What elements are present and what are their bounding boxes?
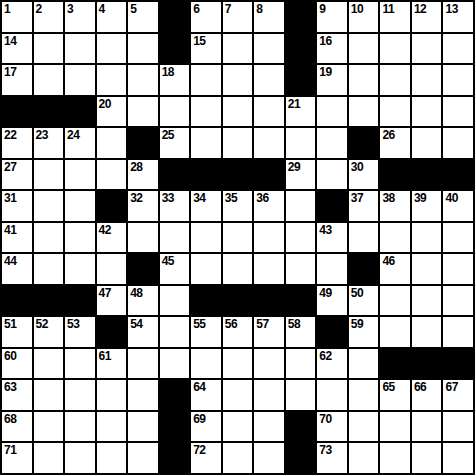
- black-cell-r10c7: [191, 286, 221, 316]
- black-cell-r1c10: [286, 2, 316, 32]
- black-cell-r10c3: [65, 286, 95, 316]
- white-cell-r6c4[interactable]: [97, 160, 127, 190]
- white-cell-r9c7[interactable]: [191, 254, 221, 284]
- clue-number-6: 6: [193, 2, 199, 16]
- clue-number-58: 58: [288, 317, 300, 331]
- white-cell-r8c13[interactable]: [380, 223, 410, 253]
- white-cell-r7c7[interactable]: 34: [191, 191, 221, 221]
- clue-number-62: 62: [319, 349, 331, 363]
- clue-number-4: 4: [99, 2, 105, 16]
- clue-number-43: 43: [319, 223, 331, 237]
- white-cell-r1c15[interactable]: 13: [443, 2, 473, 32]
- white-cell-r7c12[interactable]: 37: [349, 191, 379, 221]
- clue-number-19: 19: [319, 65, 331, 79]
- white-cell-r2c2[interactable]: [34, 34, 64, 64]
- clue-number-11: 11: [382, 2, 394, 16]
- black-cell-r12c14: [412, 349, 442, 379]
- white-cell-r8c12[interactable]: [349, 223, 379, 253]
- white-cell-r11c14[interactable]: [412, 317, 442, 347]
- white-cell-r1c13[interactable]: 11: [380, 2, 410, 32]
- white-cell-r8c7[interactable]: [191, 223, 221, 253]
- white-cell-r6c5[interactable]: 28: [128, 160, 158, 190]
- clue-number-69: 69: [193, 412, 205, 426]
- white-cell-r11c6[interactable]: [160, 317, 190, 347]
- white-cell-r12c7[interactable]: [191, 349, 221, 379]
- clue-number-56: 56: [225, 317, 237, 331]
- white-cell-r7c10[interactable]: [286, 191, 316, 221]
- white-cell-r7c15[interactable]: 40: [443, 191, 473, 221]
- white-cell-r2c4[interactable]: [97, 34, 127, 64]
- white-cell-r14c9[interactable]: [254, 412, 284, 442]
- white-cell-r9c6[interactable]: 45: [160, 254, 190, 284]
- white-cell-r11c7[interactable]: 55: [191, 317, 221, 347]
- white-cell-r12c12[interactable]: [349, 349, 379, 379]
- clue-number-68: 68: [4, 412, 16, 426]
- white-cell-r3c4[interactable]: [97, 65, 127, 95]
- crossword-grid: 1234567891011121314151617181920212223242…: [0, 0, 475, 475]
- white-cell-r8c4[interactable]: 42: [97, 223, 127, 253]
- white-cell-r15c9[interactable]: [254, 443, 284, 473]
- white-cell-r4c8[interactable]: [223, 97, 253, 127]
- white-cell-r8c11[interactable]: 43: [317, 223, 347, 253]
- white-cell-r7c9[interactable]: 36: [254, 191, 284, 221]
- white-cell-r3c6[interactable]: 18: [160, 65, 190, 95]
- white-cell-r10c11[interactable]: 49: [317, 286, 347, 316]
- white-cell-r13c14[interactable]: 66: [412, 380, 442, 410]
- black-cell-r2c10: [286, 34, 316, 64]
- white-cell-r5c7[interactable]: [191, 128, 221, 158]
- white-cell-r2c5[interactable]: [128, 34, 158, 64]
- white-cell-r1c9[interactable]: 8: [254, 2, 284, 32]
- clue-number-16: 16: [319, 34, 331, 48]
- white-cell-r3c7[interactable]: [191, 65, 221, 95]
- clue-number-29: 29: [288, 160, 300, 174]
- white-cell-r13c12[interactable]: [349, 380, 379, 410]
- black-cell-r7c4: [97, 191, 127, 221]
- white-cell-r4c6[interactable]: [160, 97, 190, 127]
- white-cell-r2c15[interactable]: [443, 34, 473, 64]
- clue-number-2: 2: [36, 2, 42, 16]
- white-cell-r6c2[interactable]: [34, 160, 64, 190]
- black-cell-r6c14: [412, 160, 442, 190]
- clue-number-63: 63: [4, 380, 16, 394]
- white-cell-r14c15[interactable]: [443, 412, 473, 442]
- white-cell-r15c15[interactable]: [443, 443, 473, 473]
- black-cell-r4c3: [65, 97, 95, 127]
- clue-number-47: 47: [99, 286, 111, 300]
- clue-number-32: 32: [130, 191, 142, 205]
- white-cell-r1c4[interactable]: 4: [97, 2, 127, 32]
- white-cell-r9c13[interactable]: 46: [380, 254, 410, 284]
- clue-number-26: 26: [382, 128, 394, 142]
- clue-number-45: 45: [162, 254, 174, 268]
- white-cell-r15c1[interactable]: 71: [2, 443, 32, 473]
- black-cell-r12c15: [443, 349, 473, 379]
- white-cell-r5c8[interactable]: [223, 128, 253, 158]
- white-cell-r11c1[interactable]: 51: [2, 317, 32, 347]
- clue-number-70: 70: [319, 412, 331, 426]
- white-cell-r7c8[interactable]: 35: [223, 191, 253, 221]
- black-cell-r10c1: [2, 286, 32, 316]
- clue-number-18: 18: [162, 65, 174, 79]
- white-cell-r3c5[interactable]: [128, 65, 158, 95]
- black-cell-r14c10: [286, 412, 316, 442]
- white-cell-r13c8[interactable]: [223, 380, 253, 410]
- white-cell-r13c5[interactable]: [128, 380, 158, 410]
- white-cell-r13c13[interactable]: 65: [380, 380, 410, 410]
- white-cell-r8c1[interactable]: 41: [2, 223, 32, 253]
- clue-number-33: 33: [162, 191, 174, 205]
- clue-number-8: 8: [256, 2, 262, 16]
- white-cell-r9c14[interactable]: [412, 254, 442, 284]
- white-cell-r3c13[interactable]: [380, 65, 410, 95]
- white-cell-r9c1[interactable]: 44: [2, 254, 32, 284]
- white-cell-r9c8[interactable]: [223, 254, 253, 284]
- clue-number-44: 44: [4, 254, 16, 268]
- white-cell-r12c2[interactable]: [34, 349, 64, 379]
- clue-number-46: 46: [382, 254, 394, 268]
- white-cell-r11c10[interactable]: 58: [286, 317, 316, 347]
- white-cell-r12c8[interactable]: [223, 349, 253, 379]
- clue-number-52: 52: [36, 317, 48, 331]
- white-cell-r15c12[interactable]: [349, 443, 379, 473]
- white-cell-r9c9[interactable]: [254, 254, 284, 284]
- crossword-page: 1234567891011121314151617181920212223242…: [0, 0, 475, 475]
- clue-number-24: 24: [67, 128, 79, 142]
- white-cell-r4c4[interactable]: 20: [97, 97, 127, 127]
- clue-number-17: 17: [4, 65, 16, 79]
- white-cell-r3c8[interactable]: [223, 65, 253, 95]
- white-cell-r1c14[interactable]: 12: [412, 2, 442, 32]
- white-cell-r15c14[interactable]: [412, 443, 442, 473]
- white-cell-r13c7[interactable]: 64: [191, 380, 221, 410]
- white-cell-r12c1[interactable]: 60: [2, 349, 32, 379]
- white-cell-r11c12[interactable]: 59: [349, 317, 379, 347]
- black-cell-r15c6: [160, 443, 190, 473]
- white-cell-r3c3[interactable]: [65, 65, 95, 95]
- black-cell-r10c9: [254, 286, 284, 316]
- white-cell-r1c7[interactable]: 6: [191, 2, 221, 32]
- white-cell-r1c12[interactable]: 10: [349, 2, 379, 32]
- clue-number-48: 48: [130, 286, 142, 300]
- white-cell-r2c7[interactable]: 15: [191, 34, 221, 64]
- clue-number-66: 66: [414, 380, 426, 394]
- clue-number-42: 42: [99, 223, 111, 237]
- clue-number-50: 50: [351, 286, 363, 300]
- white-cell-r2c8[interactable]: [223, 34, 253, 64]
- clue-number-55: 55: [193, 317, 205, 331]
- clue-number-27: 27: [4, 160, 16, 174]
- white-cell-r11c8[interactable]: 56: [223, 317, 253, 347]
- white-cell-r4c5[interactable]: [128, 97, 158, 127]
- black-cell-r1c6: [160, 2, 190, 32]
- black-cell-r4c2: [34, 97, 64, 127]
- white-cell-r7c13[interactable]: 38: [380, 191, 410, 221]
- black-cell-r6c8: [223, 160, 253, 190]
- white-cell-r2c12[interactable]: [349, 34, 379, 64]
- white-cell-r6c1[interactable]: 27: [2, 160, 32, 190]
- white-cell-r10c14[interactable]: [412, 286, 442, 316]
- white-cell-r10c12[interactable]: 50: [349, 286, 379, 316]
- white-cell-r5c14[interactable]: [412, 128, 442, 158]
- clue-number-61: 61: [99, 349, 111, 363]
- black-cell-r6c15: [443, 160, 473, 190]
- white-cell-r1c3[interactable]: 3: [65, 2, 95, 32]
- clue-number-5: 5: [130, 2, 136, 16]
- clue-number-13: 13: [445, 2, 457, 16]
- white-cell-r10c4[interactable]: 47: [97, 286, 127, 316]
- black-cell-r4c1: [2, 97, 32, 127]
- clue-number-14: 14: [4, 34, 16, 48]
- white-cell-r14c2[interactable]: [34, 412, 64, 442]
- white-cell-r11c9[interactable]: 57: [254, 317, 284, 347]
- clue-number-28: 28: [130, 160, 142, 174]
- clue-number-36: 36: [256, 191, 268, 205]
- white-cell-r5c3[interactable]: 24: [65, 128, 95, 158]
- white-cell-r2c3[interactable]: [65, 34, 95, 64]
- black-cell-r12c13: [380, 349, 410, 379]
- clue-number-57: 57: [256, 317, 268, 331]
- black-cell-r9c12: [349, 254, 379, 284]
- clue-number-9: 9: [319, 2, 325, 16]
- white-cell-r4c9[interactable]: [254, 97, 284, 127]
- black-cell-r6c13: [380, 160, 410, 190]
- white-cell-r9c11[interactable]: [317, 254, 347, 284]
- white-cell-r2c1[interactable]: 14: [2, 34, 32, 64]
- white-cell-r1c1[interactable]: 1: [2, 2, 32, 32]
- white-cell-r1c2[interactable]: 2: [34, 2, 64, 32]
- black-cell-r14c6: [160, 412, 190, 442]
- white-cell-r8c2[interactable]: [34, 223, 64, 253]
- black-cell-r3c10: [286, 65, 316, 95]
- black-cell-r6c7: [191, 160, 221, 190]
- white-cell-r9c15[interactable]: [443, 254, 473, 284]
- white-cell-r13c11[interactable]: [317, 380, 347, 410]
- clue-number-35: 35: [225, 191, 237, 205]
- white-cell-r13c1[interactable]: 63: [2, 380, 32, 410]
- black-cell-r10c10: [286, 286, 316, 316]
- white-cell-r15c11[interactable]: 73: [317, 443, 347, 473]
- white-cell-r12c10[interactable]: [286, 349, 316, 379]
- white-cell-r8c8[interactable]: [223, 223, 253, 253]
- black-cell-r2c6: [160, 34, 190, 64]
- white-cell-r5c4[interactable]: [97, 128, 127, 158]
- black-cell-r5c5: [128, 128, 158, 158]
- white-cell-r12c11[interactable]: 62: [317, 349, 347, 379]
- white-cell-r2c9[interactable]: [254, 34, 284, 64]
- white-cell-r14c14[interactable]: [412, 412, 442, 442]
- white-cell-r2c11[interactable]: 16: [317, 34, 347, 64]
- clue-number-38: 38: [382, 191, 394, 205]
- white-cell-r13c15[interactable]: 67: [443, 380, 473, 410]
- white-cell-r5c1[interactable]: 22: [2, 128, 32, 158]
- white-cell-r5c2[interactable]: 23: [34, 128, 64, 158]
- white-cell-r3c12[interactable]: [349, 65, 379, 95]
- white-cell-r13c4[interactable]: [97, 380, 127, 410]
- white-cell-r4c12[interactable]: [349, 97, 379, 127]
- black-cell-r9c5: [128, 254, 158, 284]
- white-cell-r15c5[interactable]: [128, 443, 158, 473]
- white-cell-r10c15[interactable]: [443, 286, 473, 316]
- white-cell-r10c6[interactable]: [160, 286, 190, 316]
- white-cell-r14c13[interactable]: [380, 412, 410, 442]
- white-cell-r12c5[interactable]: [128, 349, 158, 379]
- clue-number-10: 10: [351, 2, 363, 16]
- clue-number-31: 31: [4, 191, 16, 205]
- white-cell-r13c2[interactable]: [34, 380, 64, 410]
- white-cell-r4c10[interactable]: 21: [286, 97, 316, 127]
- white-cell-r11c2[interactable]: 52: [34, 317, 64, 347]
- black-cell-r10c2: [34, 286, 64, 316]
- clue-number-65: 65: [382, 380, 394, 394]
- clue-number-60: 60: [4, 349, 16, 363]
- clue-number-72: 72: [193, 443, 205, 457]
- white-cell-r9c10[interactable]: [286, 254, 316, 284]
- black-cell-r6c9: [254, 160, 284, 190]
- clue-number-73: 73: [319, 443, 331, 457]
- white-cell-r14c3[interactable]: [65, 412, 95, 442]
- white-cell-r9c4[interactable]: [97, 254, 127, 284]
- white-cell-r8c14[interactable]: [412, 223, 442, 253]
- white-cell-r3c14[interactable]: [412, 65, 442, 95]
- white-cell-r4c11[interactable]: [317, 97, 347, 127]
- clue-number-25: 25: [162, 128, 174, 142]
- clue-number-3: 3: [67, 2, 73, 16]
- white-cell-r15c4[interactable]: [97, 443, 127, 473]
- white-cell-r12c4[interactable]: 61: [97, 349, 127, 379]
- white-cell-r7c5[interactable]: 32: [128, 191, 158, 221]
- white-cell-r8c9[interactable]: [254, 223, 284, 253]
- white-cell-r8c15[interactable]: [443, 223, 473, 253]
- white-cell-r9c2[interactable]: [34, 254, 64, 284]
- white-cell-r3c9[interactable]: [254, 65, 284, 95]
- white-cell-r8c10[interactable]: [286, 223, 316, 253]
- white-cell-r3c1[interactable]: 17: [2, 65, 32, 95]
- black-cell-r6c6: [160, 160, 190, 190]
- black-cell-r15c10: [286, 443, 316, 473]
- white-cell-r14c4[interactable]: [97, 412, 127, 442]
- clue-number-39: 39: [414, 191, 426, 205]
- white-cell-r6c10[interactable]: 29: [286, 160, 316, 190]
- white-cell-r5c11[interactable]: [317, 128, 347, 158]
- white-cell-r3c2[interactable]: [34, 65, 64, 95]
- white-cell-r10c5[interactable]: 48: [128, 286, 158, 316]
- white-cell-r14c7[interactable]: 69: [191, 412, 221, 442]
- white-cell-r9c3[interactable]: [65, 254, 95, 284]
- white-cell-r11c15[interactable]: [443, 317, 473, 347]
- white-cell-r12c3[interactable]: [65, 349, 95, 379]
- white-cell-r1c11[interactable]: 9: [317, 2, 347, 32]
- clue-number-23: 23: [36, 128, 48, 142]
- white-cell-r2c14[interactable]: [412, 34, 442, 64]
- white-cell-r14c8[interactable]: [223, 412, 253, 442]
- black-cell-r7c11: [317, 191, 347, 221]
- white-cell-r15c2[interactable]: [34, 443, 64, 473]
- clue-number-49: 49: [319, 286, 331, 300]
- clue-number-53: 53: [67, 317, 79, 331]
- clue-number-71: 71: [4, 443, 16, 457]
- white-cell-r14c11[interactable]: 70: [317, 412, 347, 442]
- black-cell-r5c12: [349, 128, 379, 158]
- white-cell-r11c3[interactable]: 53: [65, 317, 95, 347]
- clue-number-59: 59: [351, 317, 363, 331]
- clue-number-15: 15: [193, 34, 205, 48]
- white-cell-r3c15[interactable]: [443, 65, 473, 95]
- white-cell-r13c9[interactable]: [254, 380, 284, 410]
- white-cell-r5c6[interactable]: 25: [160, 128, 190, 158]
- white-cell-r8c3[interactable]: [65, 223, 95, 253]
- clue-number-67: 67: [445, 380, 457, 394]
- white-cell-r6c11[interactable]: [317, 160, 347, 190]
- clue-number-64: 64: [193, 380, 205, 394]
- white-cell-r6c3[interactable]: [65, 160, 95, 190]
- white-cell-r5c13[interactable]: 26: [380, 128, 410, 158]
- white-cell-r7c6[interactable]: 33: [160, 191, 190, 221]
- clue-number-21: 21: [288, 97, 300, 111]
- white-cell-r8c6[interactable]: [160, 223, 190, 253]
- white-cell-r15c8[interactable]: [223, 443, 253, 473]
- white-cell-r5c10[interactable]: [286, 128, 316, 158]
- white-cell-r4c14[interactable]: [412, 97, 442, 127]
- clue-number-30: 30: [351, 160, 363, 174]
- white-cell-r13c3[interactable]: [65, 380, 95, 410]
- clue-number-12: 12: [414, 2, 426, 16]
- black-cell-r13c6: [160, 380, 190, 410]
- clue-number-20: 20: [99, 97, 111, 111]
- white-cell-r12c6[interactable]: [160, 349, 190, 379]
- white-cell-r14c1[interactable]: 68: [2, 412, 32, 442]
- white-cell-r1c5[interactable]: 5: [128, 2, 158, 32]
- white-cell-r6c12[interactable]: 30: [349, 160, 379, 190]
- clue-number-51: 51: [4, 317, 16, 331]
- white-cell-r4c13[interactable]: [380, 97, 410, 127]
- white-cell-r4c7[interactable]: [191, 97, 221, 127]
- white-cell-r15c7[interactable]: 72: [191, 443, 221, 473]
- white-cell-r15c3[interactable]: [65, 443, 95, 473]
- white-cell-r4c15[interactable]: [443, 97, 473, 127]
- black-cell-r10c8: [223, 286, 253, 316]
- white-cell-r12c9[interactable]: [254, 349, 284, 379]
- white-cell-r13c10[interactable]: [286, 380, 316, 410]
- white-cell-r11c5[interactable]: 54: [128, 317, 158, 347]
- white-cell-r7c2[interactable]: [34, 191, 64, 221]
- white-cell-r7c1[interactable]: 31: [2, 191, 32, 221]
- white-cell-r1c8[interactable]: 7: [223, 2, 253, 32]
- white-cell-r11c13[interactable]: [380, 317, 410, 347]
- white-cell-r10c13[interactable]: [380, 286, 410, 316]
- clue-number-41: 41: [4, 223, 16, 237]
- white-cell-r3c11[interactable]: 19: [317, 65, 347, 95]
- clue-number-37: 37: [351, 191, 363, 205]
- white-cell-r14c12[interactable]: [349, 412, 379, 442]
- clue-number-7: 7: [225, 2, 231, 16]
- clue-number-34: 34: [193, 191, 205, 205]
- white-cell-r7c3[interactable]: [65, 191, 95, 221]
- clue-number-54: 54: [130, 317, 142, 331]
- white-cell-r14c5[interactable]: [128, 412, 158, 442]
- black-cell-r11c4: [97, 317, 127, 347]
- white-cell-r15c13[interactable]: [380, 443, 410, 473]
- clue-number-40: 40: [445, 191, 457, 205]
- white-cell-r2c13[interactable]: [380, 34, 410, 64]
- white-cell-r7c14[interactable]: 39: [412, 191, 442, 221]
- clue-number-22: 22: [4, 128, 16, 142]
- clue-number-1: 1: [4, 2, 10, 16]
- white-cell-r8c5[interactable]: [128, 223, 158, 253]
- black-cell-r11c11: [317, 317, 347, 347]
- white-cell-r5c15[interactable]: [443, 128, 473, 158]
- white-cell-r5c9[interactable]: [254, 128, 284, 158]
